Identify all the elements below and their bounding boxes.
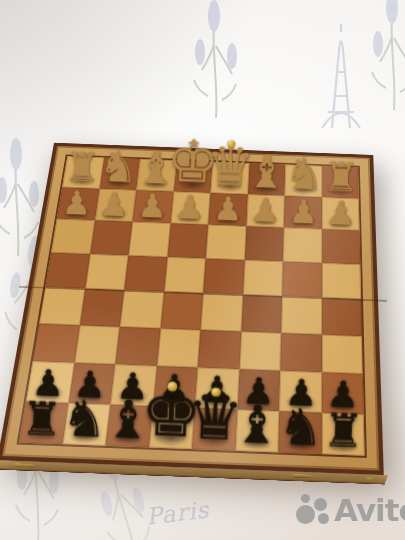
piece-black-knight: ♞	[61, 393, 108, 445]
piece-white-pawn: ♟	[175, 190, 205, 224]
square-c8: ♝	[235, 409, 279, 452]
piece-white-bishop: ♝	[246, 148, 288, 195]
brass-stud-icon	[366, 477, 376, 480]
square-c2: ♟	[246, 194, 285, 228]
chess-board: ♜♞♝♚♛♝♞♜♟♟♟♟♟♟♟♟♟♟♟♟♟♟♟♟♜♞♝♚♛♝♞♜	[0, 143, 384, 475]
watermark-text: Avito	[334, 492, 405, 528]
piece-black-bishop: ♝	[233, 397, 282, 451]
piece-white-pawn: ♟	[213, 191, 243, 225]
piece-black-rook: ♜	[322, 407, 365, 454]
square-h2: ♟	[57, 187, 99, 220]
square-b8: ♞	[278, 411, 321, 454]
piece-white-pawn: ♟	[99, 187, 129, 221]
square-g4	[85, 254, 129, 290]
square-e5	[160, 292, 203, 330]
square-h6	[33, 323, 80, 363]
piece-white-pawn: ♟	[250, 193, 280, 227]
piece-black-rook: ♜	[20, 396, 63, 443]
square-d2: ♟	[208, 193, 247, 227]
brass-clasp-icon	[293, 474, 312, 478]
square-c6	[239, 331, 281, 371]
brass-clasp-icon	[14, 463, 34, 467]
piece-white-pawn: ♟	[288, 194, 318, 228]
square-a6	[321, 334, 362, 374]
avito-logo-icon	[318, 513, 329, 524]
square-g6	[74, 325, 120, 365]
listing-photo: Paris ♜♞♝♚♛♝♞♜♟♟♟♟♟♟♟♟♟♟♟♟♟♟♟♟♜♞♝♚♛♝♞♜	[0, 0, 405, 540]
square-a2: ♟	[322, 197, 360, 231]
square-g5	[79, 288, 124, 326]
piece-white-rook: ♜	[323, 157, 360, 198]
gold-finial-icon	[211, 387, 221, 397]
camera-tilt: ♜♞♝♚♛♝♞♜♟♟♟♟♟♟♟♟♟♟♟♟♟♟♟♟♜♞♝♚♛♝♞♜	[0, 0, 405, 540]
square-d6	[198, 329, 241, 369]
square-c3	[244, 226, 283, 261]
square-f5	[120, 290, 164, 328]
square-c5	[241, 295, 282, 333]
piece-white-pawn: ♟	[61, 186, 91, 220]
piece-black-knight: ♞	[277, 401, 324, 453]
square-f3	[128, 222, 170, 257]
square-f4	[124, 255, 167, 291]
avito-watermark: Avito	[292, 488, 402, 536]
square-d5	[201, 293, 243, 331]
square-d4	[203, 258, 244, 294]
avito-logo-icon	[314, 498, 327, 511]
square-c4	[243, 260, 283, 296]
avito-logo-icon	[296, 505, 315, 524]
square-e4	[164, 257, 206, 293]
board-frame: ♜♞♝♚♛♝♞♜♟♟♟♟♟♟♟♟♟♟♟♟♟♟♟♟♜♞♝♚♛♝♞♜	[0, 143, 384, 475]
square-e6	[156, 328, 200, 368]
square-b4	[282, 261, 322, 297]
piece-white-rook: ♜	[63, 147, 100, 188]
piece-white-knight: ♞	[284, 151, 324, 196]
square-b3	[283, 228, 322, 263]
square-h5	[39, 287, 85, 325]
board-squares: ♜♞♝♚♛♝♞♜♟♟♟♟♟♟♟♟♟♟♟♟♟♟♟♟♜♞♝♚♛♝♞♜	[19, 156, 365, 456]
piece-white-pawn: ♟	[326, 196, 356, 230]
square-g3	[90, 220, 133, 255]
square-a3	[322, 229, 361, 264]
square-b5	[281, 296, 321, 334]
piece-white-knight: ♞	[99, 144, 139, 189]
square-b6	[280, 333, 321, 373]
square-h3	[51, 219, 94, 254]
square-h4	[45, 252, 90, 288]
square-a4	[322, 263, 361, 300]
square-d3	[206, 225, 246, 260]
avito-logo-icon	[301, 494, 310, 503]
square-a8: ♜	[321, 412, 364, 455]
square-f2: ♟	[132, 190, 173, 223]
gold-finial-icon	[227, 140, 235, 148]
square-g2: ♟	[95, 188, 137, 221]
square-d8: ♛	[192, 407, 237, 450]
square-e3	[167, 223, 208, 258]
square-a5	[322, 298, 362, 336]
board-scene: ♜♞♝♚♛♝♞♜♟♟♟♟♟♟♟♟♟♟♟♟♟♟♟♟♜♞♝♚♛♝♞♜	[6, 111, 398, 503]
piece-white-pawn: ♟	[137, 189, 167, 223]
gold-finial-icon	[167, 381, 178, 392]
square-b2: ♟	[284, 195, 322, 229]
square-f6	[115, 326, 160, 366]
square-e2: ♟	[170, 191, 210, 225]
